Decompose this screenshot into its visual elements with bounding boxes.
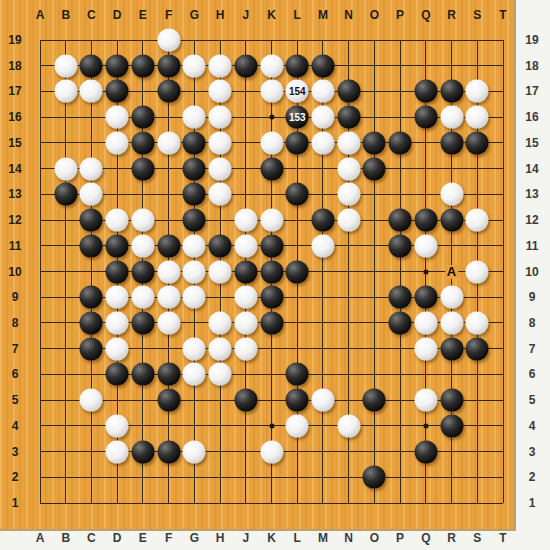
stone-black: [209, 234, 232, 257]
stone-black: [363, 389, 386, 412]
coord-label: 15: [8, 136, 21, 150]
stone-white: [337, 157, 360, 180]
coord-label: A: [36, 8, 45, 22]
stone-black: [389, 286, 412, 309]
coord-label-outer: 11: [526, 239, 539, 253]
stone-black: [440, 80, 463, 103]
stone-black: [157, 389, 180, 412]
stone-white: [106, 414, 129, 437]
coord-label-outer: T: [499, 531, 506, 545]
stone-black: [286, 131, 309, 154]
stone-white: [80, 389, 103, 412]
coord-label-outer: G: [190, 531, 199, 545]
stone-black: [157, 80, 180, 103]
stone-white: [440, 311, 463, 334]
stone-white: [106, 106, 129, 129]
coord-label: H: [216, 8, 225, 22]
coord-label-outer: 12: [525, 213, 538, 227]
stone-black: [337, 106, 360, 129]
annotation-A: A: [445, 265, 458, 279]
coord-label: M: [318, 8, 328, 22]
stone-white: [157, 29, 180, 52]
stone-white: [131, 209, 154, 232]
stone-black: [80, 54, 103, 77]
stone-white: [466, 260, 489, 283]
stone-white: [183, 337, 206, 360]
stone-white: [260, 440, 283, 463]
coord-label-outer: H: [216, 531, 225, 545]
coord-label: G: [190, 8, 199, 22]
coord-label: 14: [8, 162, 21, 176]
stone-black: [80, 311, 103, 334]
coord-label-outer: B: [61, 531, 70, 545]
stone-white: [286, 414, 309, 437]
stone-white: [466, 80, 489, 103]
stone-black: [440, 209, 463, 232]
stone-black: [157, 234, 180, 257]
stone-black: [234, 260, 257, 283]
stone-white: [106, 209, 129, 232]
stone-black: [234, 54, 257, 77]
coord-label: Q: [421, 8, 430, 22]
coord-label: C: [87, 8, 96, 22]
stone-black: [234, 389, 257, 412]
stone-white: [311, 106, 334, 129]
stone-white: [209, 183, 232, 206]
stone-black: [440, 389, 463, 412]
coord-label: 5: [12, 393, 19, 407]
stone-black: [260, 234, 283, 257]
coord-label-outer: K: [267, 531, 276, 545]
coord-label-outer: R: [447, 531, 456, 545]
stone-black: [440, 414, 463, 437]
stone-white: [414, 234, 437, 257]
stone-white: [311, 80, 334, 103]
stone-black: [183, 131, 206, 154]
stone-white: [311, 131, 334, 154]
grid-line-vertical: [400, 40, 401, 503]
stone-white: [80, 183, 103, 206]
stone-white: [80, 157, 103, 180]
stone-white: [131, 234, 154, 257]
coord-label: N: [344, 8, 353, 22]
star-point: [269, 423, 274, 428]
stone-black: [440, 131, 463, 154]
stone-black: [131, 363, 154, 386]
coord-label-outer: 10: [525, 265, 538, 279]
grid-line-horizontal: [40, 477, 503, 478]
stone-black: [106, 234, 129, 257]
stone-white: [414, 311, 437, 334]
stone-black: [389, 209, 412, 232]
stone-white: [337, 183, 360, 206]
stone-white: [183, 234, 206, 257]
coord-label: 17: [8, 84, 21, 98]
coord-label: E: [139, 8, 147, 22]
stone-white: [209, 363, 232, 386]
stone-white: [234, 337, 257, 360]
coord-label: O: [370, 8, 379, 22]
stone-black-move-153: 153: [286, 106, 309, 129]
stone-black: [106, 363, 129, 386]
stone-black: [414, 106, 437, 129]
stone-black: [286, 183, 309, 206]
stone-white: [466, 106, 489, 129]
stone-white: [337, 131, 360, 154]
stone-white: [183, 54, 206, 77]
stone-black: [80, 209, 103, 232]
coord-label: B: [61, 8, 70, 22]
stone-black: [131, 131, 154, 154]
coord-label-outer: J: [242, 531, 249, 545]
stone-black: [440, 337, 463, 360]
coord-label-outer: 13: [525, 187, 538, 201]
coord-label-outer: C: [87, 531, 96, 545]
stone-white: [209, 260, 232, 283]
coord-label: R: [447, 8, 456, 22]
stone-black: [260, 286, 283, 309]
stone-black: [389, 234, 412, 257]
stone-white: [209, 311, 232, 334]
stone-black: [260, 311, 283, 334]
stone-black: [106, 54, 129, 77]
coord-label: 9: [12, 290, 19, 304]
stone-black: [260, 260, 283, 283]
stone-black: [466, 131, 489, 154]
stone-white: [183, 286, 206, 309]
stone-black: [131, 54, 154, 77]
stone-black: [337, 80, 360, 103]
stone-white: [440, 183, 463, 206]
stone-white: [209, 337, 232, 360]
stone-black: [414, 80, 437, 103]
coord-label: 1: [12, 496, 19, 510]
stone-white: [183, 260, 206, 283]
stone-black: [106, 260, 129, 283]
coord-label: 10: [8, 265, 21, 279]
stone-black: [80, 286, 103, 309]
stone-white: [234, 286, 257, 309]
stone-white: [209, 131, 232, 154]
coord-label: 3: [12, 445, 19, 459]
stone-black: [260, 157, 283, 180]
go-game-screen: 154153 ABCDEFGHJKLMNOPQRST 1918171615141…: [0, 0, 550, 550]
stone-black: [106, 80, 129, 103]
stone-white: [106, 311, 129, 334]
stone-white: [311, 389, 334, 412]
coord-label-outer: 17: [525, 84, 538, 98]
coord-label-outer: 18: [525, 59, 538, 73]
stone-white: [80, 80, 103, 103]
stone-white: [337, 209, 360, 232]
stone-white: [157, 311, 180, 334]
stone-black: [286, 54, 309, 77]
stone-white: [209, 54, 232, 77]
coord-label-outer: 2: [529, 470, 536, 484]
coord-label: J: [242, 8, 249, 22]
stone-white: [209, 157, 232, 180]
go-board[interactable]: 154153 ABCDEFGHJKLMNOPQRST 1918171615141…: [0, 0, 516, 531]
stone-black: [286, 389, 309, 412]
stone-white-move-154: 154: [286, 80, 309, 103]
coord-label-outer: D: [113, 531, 122, 545]
coord-label: 6: [12, 367, 19, 381]
stone-white: [54, 54, 77, 77]
coord-label: S: [473, 8, 481, 22]
stone-white: [234, 209, 257, 232]
stone-black: [286, 363, 309, 386]
stone-black: [311, 54, 334, 77]
stone-black: [183, 209, 206, 232]
coord-label-outer: 1: [529, 496, 536, 510]
stone-white: [183, 363, 206, 386]
coord-label-outer: 16: [525, 110, 538, 124]
stone-white: [466, 209, 489, 232]
stone-black: [157, 54, 180, 77]
coord-label-outer: E: [139, 531, 147, 545]
stone-white: [234, 311, 257, 334]
coord-label-outer: 9: [529, 290, 536, 304]
coord-label-outer: N: [344, 531, 353, 545]
coord-label-outer: O: [370, 531, 379, 545]
stone-white: [183, 440, 206, 463]
coord-label-outer: M: [318, 531, 328, 545]
stone-black: [414, 209, 437, 232]
coord-label: K: [267, 8, 276, 22]
stone-white: [183, 106, 206, 129]
coord-label: 12: [8, 213, 21, 227]
stone-white: [106, 131, 129, 154]
coord-label-outer: 6: [529, 367, 536, 381]
coord-label-outer: 4: [529, 419, 536, 433]
coord-label: T: [499, 8, 506, 22]
stone-white: [466, 311, 489, 334]
coord-label: 2: [12, 470, 19, 484]
stone-white: [260, 54, 283, 77]
stone-white: [337, 414, 360, 437]
star-point: [423, 269, 428, 274]
coord-label-outer: 3: [529, 445, 536, 459]
coord-label-outer: 14: [525, 162, 538, 176]
coord-label-outer: A: [36, 531, 45, 545]
stone-white: [131, 286, 154, 309]
stone-white: [209, 106, 232, 129]
stone-white: [440, 286, 463, 309]
stone-white: [157, 131, 180, 154]
stone-black: [131, 106, 154, 129]
stone-white: [157, 286, 180, 309]
stone-black: [466, 337, 489, 360]
coord-label: 7: [12, 342, 19, 356]
stone-black: [131, 260, 154, 283]
stone-white: [157, 260, 180, 283]
grid-line-vertical: [503, 40, 504, 503]
coord-label-outer: S: [473, 531, 481, 545]
stone-black: [80, 234, 103, 257]
stone-white: [106, 286, 129, 309]
stone-black: [363, 131, 386, 154]
star-point: [269, 115, 274, 120]
stone-white: [106, 440, 129, 463]
coord-label: F: [165, 8, 172, 22]
stone-black: [414, 440, 437, 463]
coord-label: 18: [8, 59, 21, 73]
coord-label: 4: [12, 419, 19, 433]
grid-line-vertical: [374, 40, 375, 503]
coord-label-outer: L: [294, 531, 301, 545]
stone-black: [157, 363, 180, 386]
stone-black: [311, 209, 334, 232]
stone-black: [389, 131, 412, 154]
stone-white: [54, 80, 77, 103]
coord-label-outer: P: [396, 531, 404, 545]
stone-white: [440, 106, 463, 129]
stone-white: [234, 234, 257, 257]
stone-white: [54, 157, 77, 180]
stone-black: [131, 440, 154, 463]
coord-label: 11: [9, 239, 22, 253]
coord-label: P: [396, 8, 404, 22]
stone-white: [311, 234, 334, 257]
star-point: [423, 423, 428, 428]
coord-label: 16: [8, 110, 21, 124]
coord-label-outer: 7: [529, 342, 536, 356]
stone-black: [183, 183, 206, 206]
stone-black: [389, 311, 412, 334]
coord-label: 13: [8, 187, 21, 201]
coord-label-outer: F: [165, 531, 172, 545]
stone-white: [414, 337, 437, 360]
coord-label: L: [294, 8, 301, 22]
stone-white: [106, 337, 129, 360]
coord-label-outer: Q: [421, 531, 430, 545]
coord-label: 19: [8, 33, 21, 47]
stone-black: [183, 157, 206, 180]
stone-white: [260, 131, 283, 154]
coord-label-outer: 5: [529, 393, 536, 407]
stone-black: [131, 157, 154, 180]
stone-black: [54, 183, 77, 206]
stone-black: [414, 286, 437, 309]
stone-white: [260, 209, 283, 232]
stone-white: [209, 80, 232, 103]
grid-line-horizontal: [40, 503, 503, 504]
stone-black: [80, 337, 103, 360]
stone-black: [363, 157, 386, 180]
coord-label: 8: [12, 316, 19, 330]
coord-label: D: [113, 8, 122, 22]
coord-label-outer: 8: [529, 316, 536, 330]
stone-black: [286, 260, 309, 283]
stone-black: [157, 440, 180, 463]
stone-white: [260, 80, 283, 103]
coord-label-outer: 15: [525, 136, 538, 150]
stone-black: [131, 311, 154, 334]
stone-black: [363, 466, 386, 489]
coord-label-outer: 19: [525, 33, 538, 47]
stone-white: [414, 389, 437, 412]
